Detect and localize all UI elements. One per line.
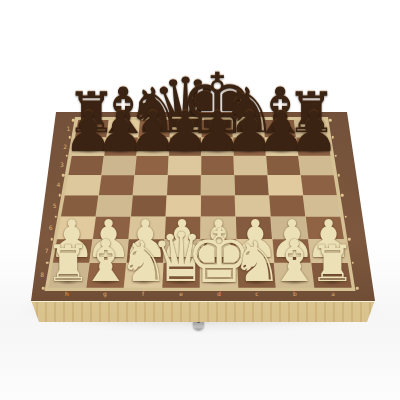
chess-pieces: ♜♝♞♛♚♞♝♜♟♟♟♟♟♟♟♟♟♟♟♟♟♟♟♟♜♝♞♛♚♞♝♜ <box>0 0 400 400</box>
chess-set-photo: hgfedcba12345678 ♜♝♞♛♚♞♝♜♟♟♟♟♟♟♟♟♟♟♟♟♟♟♟… <box>0 0 400 400</box>
piece-dark-pawn: ♟ <box>286 104 342 160</box>
piece-light-rook: ♜ <box>307 239 357 289</box>
